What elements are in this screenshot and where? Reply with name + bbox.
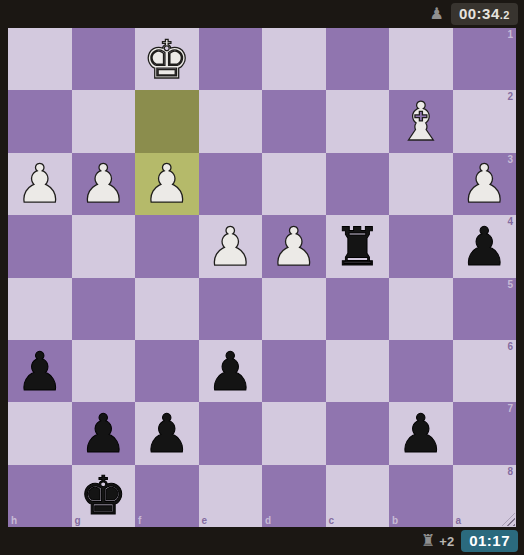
square-d3[interactable] [262,153,326,215]
square-f6[interactable] [135,340,199,402]
square-f4[interactable] [135,215,199,277]
black-pawn-b7[interactable]: ♟ [389,402,453,464]
white-pawn-e4[interactable]: ♟ [199,215,263,277]
white-king-f1[interactable]: ♚ [135,28,199,90]
square-h7[interactable] [8,402,72,464]
square-b8[interactable]: b [389,465,453,527]
square-g4[interactable] [72,215,136,277]
square-h2[interactable] [8,90,72,152]
black-pawn-e6[interactable]: ♟ [199,340,263,402]
bottom-clock-time: 01:17 [469,532,510,549]
square-a7[interactable]: 7 [453,402,517,464]
white-bishop-b2[interactable]: ♝ [389,90,453,152]
square-c8[interactable]: c [326,465,390,527]
rank-label-7: 7 [507,403,513,414]
top-clock-tenths: .2 [500,9,510,21]
rank-label-8: 8 [507,466,513,477]
square-c3[interactable] [326,153,390,215]
rank-label-2: 2 [507,91,513,102]
square-c4[interactable]: ♜ [326,215,390,277]
black-pawn-g7[interactable]: ♟ [72,402,136,464]
square-g3[interactable]: ♟ [72,153,136,215]
square-d5[interactable] [262,278,326,340]
square-d8[interactable]: d [262,465,326,527]
square-c6[interactable] [326,340,390,402]
square-e4[interactable]: ♟ [199,215,263,277]
black-pawn-f7[interactable]: ♟ [135,402,199,464]
square-f5[interactable] [135,278,199,340]
square-g8[interactable]: ♚g [72,465,136,527]
square-h4[interactable] [8,215,72,277]
square-a6[interactable]: 6 [453,340,517,402]
square-b4[interactable] [389,215,453,277]
square-d7[interactable] [262,402,326,464]
square-h6[interactable]: ♟ [8,340,72,402]
square-d4[interactable]: ♟ [262,215,326,277]
square-e1[interactable] [199,28,263,90]
white-pawn-d4[interactable]: ♟ [262,215,326,277]
square-b1[interactable] [389,28,453,90]
top-player-clock: 00:34 .2 [451,3,518,25]
bottom-player-bar: ♜ +2 01:17 [0,527,524,555]
file-label-b: b [392,515,398,526]
captured-pawn-icon: ♟ [430,6,444,22]
square-e7[interactable] [199,402,263,464]
rank-label-1: 1 [507,29,513,40]
rank-label-6: 6 [507,341,513,352]
file-label-a: a [456,515,462,526]
square-a3[interactable]: ♟3 [453,153,517,215]
bottom-player-clock: 01:17 [461,530,518,552]
black-pawn-h6[interactable]: ♟ [8,340,72,402]
chess-app: ♟ 00:34 .2 ♚1♝2♟♟♟♟3♟♟♜♟45♟♟6♟♟♟7h♚gfedc… [0,0,524,555]
square-b5[interactable] [389,278,453,340]
square-h1[interactable] [8,28,72,90]
square-f2[interactable] [135,90,199,152]
square-h3[interactable]: ♟ [8,153,72,215]
square-g2[interactable] [72,90,136,152]
square-c2[interactable] [326,90,390,152]
black-king-g8[interactable]: ♚ [72,465,136,527]
square-d6[interactable] [262,340,326,402]
square-f7[interactable]: ♟ [135,402,199,464]
square-a5[interactable]: 5 [453,278,517,340]
rank-label-5: 5 [507,279,513,290]
white-pawn-h3[interactable]: ♟ [8,153,72,215]
file-label-h: h [11,515,17,526]
square-a4[interactable]: ♟4 [453,215,517,277]
file-label-c: c [329,515,335,526]
square-e2[interactable] [199,90,263,152]
square-b7[interactable]: ♟ [389,402,453,464]
square-h8[interactable]: h [8,465,72,527]
file-label-f: f [138,515,141,526]
chess-board[interactable]: ♚1♝2♟♟♟♟3♟♟♜♟45♟♟6♟♟♟7h♚gfedcba8 [8,28,516,527]
square-b3[interactable] [389,153,453,215]
square-c5[interactable] [326,278,390,340]
square-a8[interactable]: a8 [453,465,517,527]
white-pawn-a3[interactable]: ♟ [453,153,517,215]
square-g6[interactable] [72,340,136,402]
square-f8[interactable]: f [135,465,199,527]
top-player-bar: ♟ 00:34 .2 [0,0,524,28]
square-e8[interactable]: e [199,465,263,527]
material-advantage: +2 [439,534,454,549]
square-f3[interactable]: ♟ [135,153,199,215]
square-c7[interactable] [326,402,390,464]
square-a1[interactable]: 1 [453,28,517,90]
black-pawn-a4[interactable]: ♟ [453,215,517,277]
white-pawn-f3[interactable]: ♟ [135,153,199,215]
top-clock-time: 00:34 [459,5,500,22]
file-label-d: d [265,515,271,526]
square-b2[interactable]: ♝ [389,90,453,152]
square-h5[interactable] [8,278,72,340]
file-label-e: e [202,515,208,526]
square-b6[interactable] [389,340,453,402]
black-rook-c4[interactable]: ♜ [326,215,390,277]
square-g1[interactable] [72,28,136,90]
square-g5[interactable] [72,278,136,340]
square-e5[interactable] [199,278,263,340]
white-pawn-g3[interactable]: ♟ [72,153,136,215]
square-c1[interactable] [326,28,390,90]
square-d2[interactable] [262,90,326,152]
square-e6[interactable]: ♟ [199,340,263,402]
captured-rook-icon: ♜ [421,533,435,549]
square-g7[interactable]: ♟ [72,402,136,464]
square-e3[interactable] [199,153,263,215]
square-d1[interactable] [262,28,326,90]
square-a2[interactable]: 2 [453,90,517,152]
square-f1[interactable]: ♚ [135,28,199,90]
